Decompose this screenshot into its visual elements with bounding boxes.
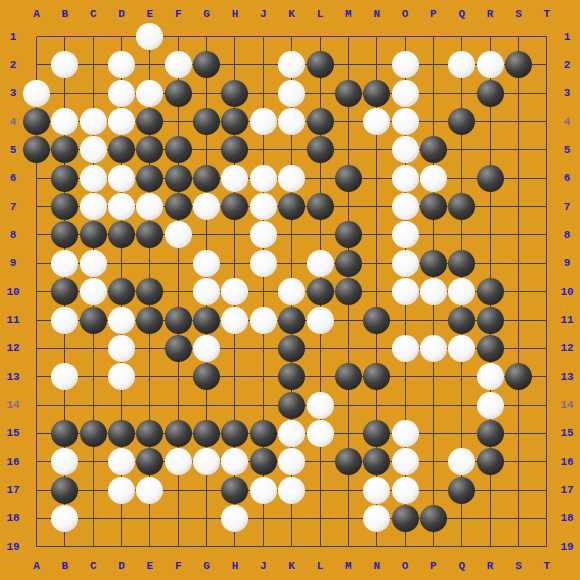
column-label: L xyxy=(317,9,324,20)
stone-white xyxy=(193,335,220,362)
stone-black xyxy=(108,221,135,248)
stone-white xyxy=(278,165,305,192)
stone-white xyxy=(392,477,419,504)
stone-black xyxy=(221,477,248,504)
stone-black xyxy=(448,108,475,135)
stone-black xyxy=(108,136,135,163)
stone-white xyxy=(392,278,419,305)
stone-white xyxy=(278,108,305,135)
grid-line-horizontal xyxy=(37,518,547,519)
stone-black xyxy=(278,307,305,334)
row-label: 17 xyxy=(6,485,19,496)
stone-white xyxy=(136,477,163,504)
stone-white xyxy=(448,51,475,78)
stone-black xyxy=(80,420,107,447)
stone-black xyxy=(420,250,447,277)
stone-black xyxy=(23,136,50,163)
row-label: 5 xyxy=(564,144,571,155)
stone-white xyxy=(392,193,419,220)
stone-black xyxy=(307,193,334,220)
stone-white xyxy=(193,278,220,305)
stone-white xyxy=(108,335,135,362)
row-label: 16 xyxy=(6,456,19,467)
row-label: 12 xyxy=(560,343,573,354)
stone-black xyxy=(23,108,50,135)
stone-white xyxy=(278,448,305,475)
row-label: 3 xyxy=(564,88,571,99)
stone-white xyxy=(448,448,475,475)
column-label: E xyxy=(147,9,154,20)
stone-black xyxy=(165,136,192,163)
row-label: 9 xyxy=(564,258,571,269)
column-label: R xyxy=(487,561,494,572)
row-label: 13 xyxy=(560,371,573,382)
stone-black xyxy=(51,165,78,192)
stone-white xyxy=(392,448,419,475)
stone-black xyxy=(335,165,362,192)
stone-white xyxy=(250,307,277,334)
stone-black xyxy=(505,51,532,78)
stone-white xyxy=(278,278,305,305)
stone-white xyxy=(392,51,419,78)
stone-black xyxy=(136,420,163,447)
column-label: N xyxy=(373,561,380,572)
stone-black xyxy=(165,193,192,220)
column-label: P xyxy=(430,561,437,572)
stone-white xyxy=(363,505,390,532)
row-label: 3 xyxy=(10,88,17,99)
stone-black xyxy=(165,80,192,107)
stone-black xyxy=(448,307,475,334)
stone-white xyxy=(392,250,419,277)
stone-white xyxy=(221,448,248,475)
stone-black xyxy=(136,307,163,334)
stone-black xyxy=(477,165,504,192)
stone-black xyxy=(250,420,277,447)
stone-black xyxy=(51,193,78,220)
stone-black xyxy=(51,477,78,504)
column-label: J xyxy=(260,9,267,20)
stone-white xyxy=(221,307,248,334)
stone-white xyxy=(193,193,220,220)
row-label: 15 xyxy=(6,428,19,439)
row-label: 4 xyxy=(564,116,571,127)
stone-black xyxy=(392,505,419,532)
stone-white xyxy=(392,335,419,362)
row-label: 18 xyxy=(6,513,19,524)
column-label: B xyxy=(62,9,69,20)
stone-white xyxy=(51,108,78,135)
column-label: H xyxy=(232,9,239,20)
stone-white xyxy=(108,193,135,220)
stone-white xyxy=(420,335,447,362)
stone-white xyxy=(307,420,334,447)
stone-white xyxy=(250,193,277,220)
stone-white xyxy=(392,221,419,248)
column-label: D xyxy=(118,9,125,20)
stone-black xyxy=(278,193,305,220)
stone-white xyxy=(250,108,277,135)
stone-white xyxy=(80,136,107,163)
stone-black xyxy=(51,278,78,305)
stone-black xyxy=(51,420,78,447)
stone-white xyxy=(392,108,419,135)
row-label: 11 xyxy=(6,315,19,326)
row-label: 8 xyxy=(564,229,571,240)
column-label: S xyxy=(515,561,522,572)
stone-black xyxy=(420,505,447,532)
stone-black xyxy=(363,363,390,390)
stone-white xyxy=(278,420,305,447)
stone-black xyxy=(136,448,163,475)
stone-black xyxy=(335,80,362,107)
column-label: C xyxy=(90,561,97,572)
stone-white xyxy=(221,278,248,305)
stone-white xyxy=(80,165,107,192)
stone-white xyxy=(136,193,163,220)
column-label: O xyxy=(402,9,409,20)
stone-white xyxy=(193,448,220,475)
column-label: Q xyxy=(458,561,465,572)
grid-line-vertical xyxy=(546,37,547,547)
stone-black xyxy=(420,136,447,163)
stone-white xyxy=(250,477,277,504)
stone-black xyxy=(335,448,362,475)
column-label: E xyxy=(147,561,154,572)
stone-white xyxy=(250,165,277,192)
stone-white xyxy=(108,80,135,107)
stone-white xyxy=(392,420,419,447)
row-label: 12 xyxy=(6,343,19,354)
stone-white xyxy=(448,278,475,305)
stone-white xyxy=(307,392,334,419)
stone-black xyxy=(278,363,305,390)
row-label: 9 xyxy=(10,258,17,269)
column-label: G xyxy=(203,561,210,572)
stone-black xyxy=(51,221,78,248)
column-label: H xyxy=(232,561,239,572)
stone-white xyxy=(278,80,305,107)
stone-black xyxy=(335,221,362,248)
row-label: 7 xyxy=(10,201,17,212)
row-label: 13 xyxy=(6,371,19,382)
row-label: 14 xyxy=(6,400,19,411)
column-label: A xyxy=(33,9,40,20)
stone-black xyxy=(250,448,277,475)
stone-black xyxy=(307,108,334,135)
stone-black xyxy=(108,420,135,447)
stone-white xyxy=(392,80,419,107)
stone-white xyxy=(51,250,78,277)
column-label: K xyxy=(288,9,295,20)
stone-white xyxy=(108,448,135,475)
stone-black xyxy=(363,307,390,334)
column-label: M xyxy=(345,9,352,20)
column-label: Q xyxy=(458,9,465,20)
column-label: G xyxy=(203,9,210,20)
stone-black xyxy=(335,278,362,305)
column-label: R xyxy=(487,9,494,20)
row-label: 1 xyxy=(564,31,571,42)
column-label: C xyxy=(90,9,97,20)
row-label: 8 xyxy=(10,229,17,240)
row-label: 17 xyxy=(560,485,573,496)
stone-black xyxy=(363,448,390,475)
row-label: 16 xyxy=(560,456,573,467)
stone-black xyxy=(221,136,248,163)
stone-white xyxy=(51,448,78,475)
column-label: N xyxy=(373,9,380,20)
stone-black xyxy=(108,278,135,305)
column-label: L xyxy=(317,561,324,572)
column-label: F xyxy=(175,561,182,572)
stone-white xyxy=(51,363,78,390)
stone-white xyxy=(363,477,390,504)
stone-black xyxy=(193,363,220,390)
stone-white xyxy=(221,505,248,532)
column-label: F xyxy=(175,9,182,20)
stone-black xyxy=(136,165,163,192)
stone-white xyxy=(307,250,334,277)
row-label: 19 xyxy=(6,541,19,552)
stone-white xyxy=(420,165,447,192)
stone-white xyxy=(448,335,475,362)
row-label: 6 xyxy=(564,173,571,184)
stone-white xyxy=(108,108,135,135)
grid-line-vertical xyxy=(518,37,519,547)
stone-white xyxy=(51,51,78,78)
stone-black xyxy=(165,335,192,362)
stone-white xyxy=(165,221,192,248)
stone-black xyxy=(193,51,220,78)
stone-black xyxy=(420,193,447,220)
stone-black xyxy=(477,420,504,447)
stone-black xyxy=(221,420,248,447)
stone-black xyxy=(193,165,220,192)
stone-white xyxy=(80,193,107,220)
stone-black xyxy=(335,363,362,390)
stone-white xyxy=(363,108,390,135)
stone-black xyxy=(307,51,334,78)
row-label: 2 xyxy=(10,59,17,70)
row-label: 7 xyxy=(564,201,571,212)
row-label: 18 xyxy=(560,513,573,524)
stone-black xyxy=(193,420,220,447)
stone-white xyxy=(392,165,419,192)
stone-white xyxy=(80,250,107,277)
stone-black xyxy=(477,278,504,305)
stone-white xyxy=(278,51,305,78)
stone-white xyxy=(420,278,447,305)
column-label: T xyxy=(543,561,550,572)
column-label: A xyxy=(33,561,40,572)
stone-black xyxy=(477,335,504,362)
row-label: 15 xyxy=(560,428,573,439)
column-label: S xyxy=(515,9,522,20)
column-label: T xyxy=(543,9,550,20)
stone-white xyxy=(477,392,504,419)
row-label: 2 xyxy=(564,59,571,70)
column-label: M xyxy=(345,561,352,572)
stone-black xyxy=(221,108,248,135)
row-label: 4 xyxy=(10,116,17,127)
stone-black xyxy=(363,420,390,447)
grid-line-horizontal xyxy=(37,546,547,547)
stone-white xyxy=(477,51,504,78)
column-label: O xyxy=(402,561,409,572)
stone-white xyxy=(477,363,504,390)
column-label: J xyxy=(260,561,267,572)
stone-black xyxy=(136,221,163,248)
stone-white xyxy=(193,250,220,277)
stone-black xyxy=(477,307,504,334)
stone-black xyxy=(136,278,163,305)
stone-white xyxy=(250,250,277,277)
stone-white xyxy=(108,363,135,390)
stone-white xyxy=(221,165,248,192)
stone-white xyxy=(51,505,78,532)
stone-black xyxy=(307,136,334,163)
stone-white xyxy=(165,51,192,78)
stone-black xyxy=(278,335,305,362)
stone-white xyxy=(165,448,192,475)
stone-white xyxy=(108,165,135,192)
stone-black xyxy=(448,250,475,277)
stone-white xyxy=(307,307,334,334)
stone-black xyxy=(80,221,107,248)
stone-black xyxy=(51,136,78,163)
stone-black xyxy=(278,392,305,419)
column-label: B xyxy=(62,561,69,572)
stone-black xyxy=(363,80,390,107)
row-label: 14 xyxy=(560,400,573,411)
row-label: 1 xyxy=(10,31,17,42)
stone-black xyxy=(80,307,107,334)
row-label: 10 xyxy=(560,286,573,297)
stone-white xyxy=(278,477,305,504)
stone-black xyxy=(193,108,220,135)
stone-black xyxy=(335,250,362,277)
stone-white xyxy=(136,23,163,50)
stone-black xyxy=(165,420,192,447)
stone-white xyxy=(80,278,107,305)
stone-white xyxy=(250,221,277,248)
stone-black xyxy=(165,307,192,334)
stone-white xyxy=(108,307,135,334)
row-label: 10 xyxy=(6,286,19,297)
stone-black xyxy=(505,363,532,390)
stone-white xyxy=(80,108,107,135)
stone-white xyxy=(108,51,135,78)
goban[interactable]: AA11BB22CC33DD44EE55FF66GG77HH88JJ99KK10… xyxy=(0,0,580,580)
stone-black xyxy=(193,307,220,334)
stone-black xyxy=(221,80,248,107)
stone-white xyxy=(136,80,163,107)
stone-black xyxy=(136,136,163,163)
stone-white xyxy=(392,136,419,163)
column-label: K xyxy=(288,561,295,572)
row-label: 5 xyxy=(10,144,17,155)
stone-black xyxy=(448,193,475,220)
stone-black xyxy=(165,165,192,192)
stone-black xyxy=(307,278,334,305)
stone-black xyxy=(477,80,504,107)
row-label: 19 xyxy=(560,541,573,552)
stone-white xyxy=(23,80,50,107)
stone-black xyxy=(448,477,475,504)
row-label: 6 xyxy=(10,173,17,184)
column-label: D xyxy=(118,561,125,572)
stone-black xyxy=(221,193,248,220)
stone-black xyxy=(477,448,504,475)
stone-white xyxy=(51,307,78,334)
row-label: 11 xyxy=(560,315,573,326)
column-label: P xyxy=(430,9,437,20)
stone-white xyxy=(108,477,135,504)
stone-black xyxy=(136,108,163,135)
